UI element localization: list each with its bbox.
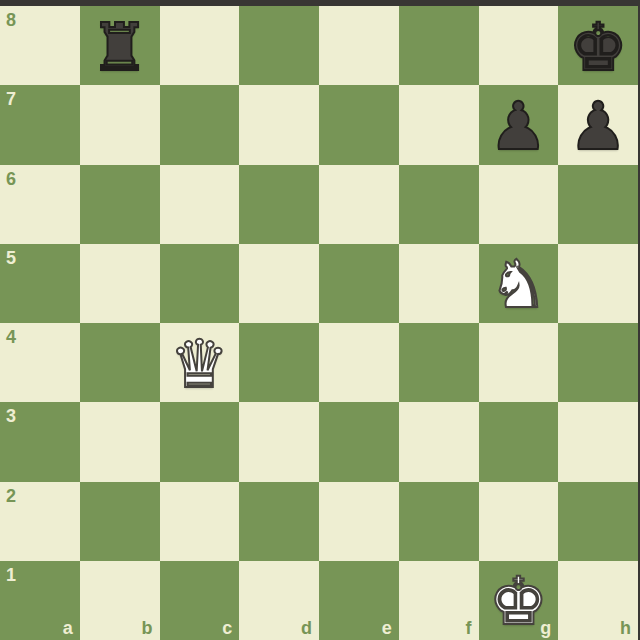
square-a1[interactable]: 1a [0,561,80,640]
square-e6[interactable] [319,165,399,244]
square-c4[interactable]: ♛ [160,323,240,402]
square-d2[interactable] [239,482,319,561]
square-e7[interactable] [319,85,399,164]
square-e4[interactable] [319,323,399,402]
white-knight-g5[interactable]: ♞ [479,244,559,323]
square-b3[interactable] [80,402,160,481]
square-c5[interactable] [160,244,240,323]
square-f8[interactable] [399,6,479,85]
square-g6[interactable] [479,165,559,244]
black-pawn-g7[interactable]: ♟ [479,85,559,164]
rank-label-6: 6 [6,170,16,188]
square-g7[interactable]: ♟ [479,85,559,164]
square-g3[interactable] [479,402,559,481]
file-label-b: b [142,619,153,637]
square-f1[interactable]: f [399,561,479,640]
square-h4[interactable] [558,323,638,402]
square-g8[interactable] [479,6,559,85]
square-e1[interactable]: e [319,561,399,640]
square-f5[interactable] [399,244,479,323]
square-d4[interactable] [239,323,319,402]
square-e5[interactable] [319,244,399,323]
square-a4[interactable]: 4 [0,323,80,402]
file-label-h: h [620,619,631,637]
square-g4[interactable] [479,323,559,402]
square-b5[interactable] [80,244,160,323]
square-e2[interactable] [319,482,399,561]
file-label-a: a [63,619,73,637]
square-c3[interactable] [160,402,240,481]
square-d3[interactable] [239,402,319,481]
file-label-d: d [301,619,312,637]
square-a8[interactable]: 8 [0,6,80,85]
square-h7[interactable]: ♟ [558,85,638,164]
square-a3[interactable]: 3 [0,402,80,481]
rank-label-8: 8 [6,11,16,29]
square-g2[interactable] [479,482,559,561]
square-c1[interactable]: c [160,561,240,640]
rank-label-3: 3 [6,407,16,425]
rank-label-7: 7 [6,90,16,108]
square-a7[interactable]: 7 [0,85,80,164]
square-b2[interactable] [80,482,160,561]
file-label-e: e [382,619,392,637]
rank-label-4: 4 [6,328,16,346]
square-h1[interactable]: h [558,561,638,640]
square-a2[interactable]: 2 [0,482,80,561]
square-a6[interactable]: 6 [0,165,80,244]
square-g1[interactable]: g♚ [479,561,559,640]
square-a5[interactable]: 5 [0,244,80,323]
square-b8[interactable]: ♜ [80,6,160,85]
square-b7[interactable] [80,85,160,164]
square-h5[interactable] [558,244,638,323]
file-label-c: c [222,619,232,637]
square-f2[interactable] [399,482,479,561]
square-f3[interactable] [399,402,479,481]
square-h2[interactable] [558,482,638,561]
square-g5[interactable]: ♞ [479,244,559,323]
rank-label-5: 5 [6,249,16,267]
square-b1[interactable]: b [80,561,160,640]
square-e8[interactable] [319,6,399,85]
black-pawn-h7[interactable]: ♟ [558,85,638,164]
chess-board-frame: 8♜♚7♟♟65♞4♛321abcdefg♚h [0,0,640,640]
square-f4[interactable] [399,323,479,402]
chess-board: 8♜♚7♟♟65♞4♛321abcdefg♚h [0,6,638,640]
square-e3[interactable] [319,402,399,481]
white-queen-c4[interactable]: ♛ [160,323,240,402]
square-c2[interactable] [160,482,240,561]
square-d8[interactable] [239,6,319,85]
black-rook-b8[interactable]: ♜ [80,6,160,85]
square-f6[interactable] [399,165,479,244]
rank-label-2: 2 [6,487,16,505]
square-c6[interactable] [160,165,240,244]
square-d6[interactable] [239,165,319,244]
file-label-f: f [466,619,472,637]
square-d5[interactable] [239,244,319,323]
rank-label-1: 1 [6,566,16,584]
black-king-h8[interactable]: ♚ [558,6,638,85]
white-king-g1[interactable]: ♚ [479,561,559,640]
square-c7[interactable] [160,85,240,164]
square-d1[interactable]: d [239,561,319,640]
square-h3[interactable] [558,402,638,481]
square-c8[interactable] [160,6,240,85]
square-f7[interactable] [399,85,479,164]
square-h6[interactable] [558,165,638,244]
square-b6[interactable] [80,165,160,244]
square-h8[interactable]: ♚ [558,6,638,85]
square-d7[interactable] [239,85,319,164]
square-b4[interactable] [80,323,160,402]
